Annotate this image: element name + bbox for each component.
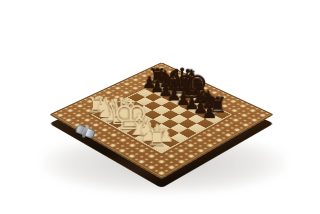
square-e5[interactable] bbox=[162, 110, 179, 119]
piece-black-pawn[interactable]: ♟ bbox=[202, 104, 217, 121]
piece-white-rook[interactable]: ♜ bbox=[146, 126, 167, 149]
photo-scene: ♜♞♝♛♚♝♞♜♟♟♟♟♟♟♟♟♟♟♟♟♟♟♟♟♜♞♝♛♚♝♞♜ bbox=[0, 0, 320, 214]
playing-area: ♜♞♝♛♚♝♞♜♟♟♟♟♟♟♟♟♟♟♟♟♟♟♟♟♜♞♝♛♚♝♞♜ bbox=[93, 81, 230, 152]
